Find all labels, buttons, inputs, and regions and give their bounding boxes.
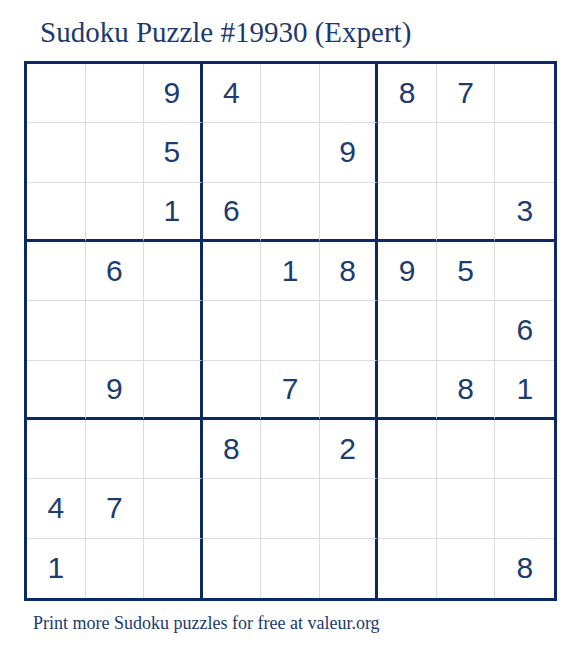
sudoku-cell-given: 6 [203, 183, 262, 242]
sudoku-cell-empty [378, 479, 437, 538]
sudoku-cell-empty [261, 64, 320, 123]
sudoku-cell-empty [27, 420, 86, 479]
sudoku-cell-empty [320, 479, 379, 538]
sudoku-cell-given: 9 [378, 242, 437, 301]
sudoku-cell-given: 8 [378, 64, 437, 123]
sudoku-cell-empty [437, 539, 496, 598]
footer-text: Print more Sudoku puzzles for free at va… [24, 601, 557, 634]
sudoku-cell-empty [437, 479, 496, 538]
sudoku-cell-given: 4 [203, 64, 262, 123]
sudoku-cell-empty [27, 123, 86, 182]
sudoku-cell-empty [437, 183, 496, 242]
sudoku-cell-empty [437, 301, 496, 360]
sudoku-cell-given: 8 [495, 539, 554, 598]
sudoku-cell-given: 8 [437, 361, 496, 420]
sudoku-cell-empty [86, 301, 145, 360]
sudoku-cell-empty [86, 183, 145, 242]
sudoku-cell-empty [144, 539, 203, 598]
sudoku-cell-empty [203, 242, 262, 301]
sudoku-cell-empty [144, 479, 203, 538]
sudoku-cell-given: 3 [495, 183, 554, 242]
sudoku-cell-given: 8 [203, 420, 262, 479]
sudoku-cell-given: 5 [437, 242, 496, 301]
sudoku-cell-empty [86, 64, 145, 123]
sudoku-cell-given: 6 [86, 242, 145, 301]
sudoku-cell-empty [378, 301, 437, 360]
sudoku-cell-empty [320, 64, 379, 123]
sudoku-cell-empty [261, 301, 320, 360]
sudoku-cell-given: 2 [320, 420, 379, 479]
sudoku-cell-empty [437, 420, 496, 479]
sudoku-cell-empty [261, 479, 320, 538]
sudoku-cell-empty [495, 479, 554, 538]
sudoku-cell-given: 6 [495, 301, 554, 360]
sudoku-cell-empty [203, 301, 262, 360]
sudoku-cell-empty [320, 183, 379, 242]
sudoku-cell-empty [320, 361, 379, 420]
sudoku-cell-empty [27, 361, 86, 420]
sudoku-cell-empty [378, 183, 437, 242]
sudoku-cell-empty [144, 361, 203, 420]
sudoku-cell-given: 1 [144, 183, 203, 242]
sudoku-cell-given: 8 [320, 242, 379, 301]
sudoku-cell-empty [495, 64, 554, 123]
sudoku-cell-empty [495, 123, 554, 182]
sudoku-cell-given: 9 [320, 123, 379, 182]
sudoku-cell-given: 7 [437, 64, 496, 123]
sudoku-cell-empty [261, 123, 320, 182]
sudoku-cell-given: 1 [261, 242, 320, 301]
sudoku-cell-given: 1 [495, 361, 554, 420]
sudoku-cell-empty [144, 301, 203, 360]
page-title: Sudoku Puzzle #19930 (Expert) [24, 0, 557, 61]
sudoku-cell-empty [27, 183, 86, 242]
sudoku-cell-given: 4 [27, 479, 86, 538]
sudoku-page: Sudoku Puzzle #19930 (Expert) 9487591636… [24, 0, 557, 634]
sudoku-cell-empty [27, 242, 86, 301]
sudoku-cell-empty [261, 183, 320, 242]
sudoku-cell-empty [378, 123, 437, 182]
sudoku-cell-given: 7 [261, 361, 320, 420]
sudoku-cell-given: 7 [86, 479, 145, 538]
sudoku-cell-empty [86, 420, 145, 479]
sudoku-cell-empty [437, 123, 496, 182]
sudoku-cell-given: 5 [144, 123, 203, 182]
sudoku-cell-given: 1 [27, 539, 86, 598]
sudoku-cell-empty [378, 420, 437, 479]
sudoku-cell-given: 9 [144, 64, 203, 123]
sudoku-cell-given: 9 [86, 361, 145, 420]
sudoku-cell-empty [86, 123, 145, 182]
sudoku-cell-empty [144, 242, 203, 301]
sudoku-cell-empty [203, 123, 262, 182]
sudoku-cell-empty [203, 539, 262, 598]
sudoku-cell-empty [27, 301, 86, 360]
sudoku-cell-empty [495, 242, 554, 301]
sudoku-cell-empty [86, 539, 145, 598]
sudoku-cell-empty [261, 539, 320, 598]
sudoku-cell-empty [495, 420, 554, 479]
sudoku-cell-empty [203, 479, 262, 538]
sudoku-cell-empty [320, 539, 379, 598]
sudoku-cell-empty [203, 361, 262, 420]
sudoku-board: 9487591636189569781824718 [24, 61, 557, 601]
sudoku-cell-empty [144, 420, 203, 479]
sudoku-cell-empty [261, 420, 320, 479]
sudoku-cell-empty [27, 64, 86, 123]
sudoku-cell-empty [378, 361, 437, 420]
sudoku-cell-empty [378, 539, 437, 598]
sudoku-cell-empty [320, 301, 379, 360]
